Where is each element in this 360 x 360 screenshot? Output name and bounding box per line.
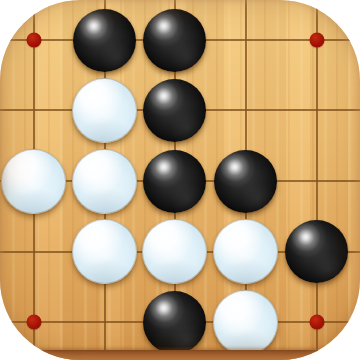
black-stone: ●: [143, 291, 206, 354]
cell-r4-c3[interactable]: ○: [140, 217, 211, 288]
cell-r4-c2[interactable]: ○: [69, 217, 140, 288]
cell-r3-c3[interactable]: ●: [140, 146, 211, 217]
cell-r1-c4[interactable]: [210, 5, 281, 76]
white-stone: ○: [142, 219, 207, 284]
cell-r3-c5[interactable]: [281, 146, 352, 217]
cell-r2-c2[interactable]: ○: [69, 76, 140, 147]
cell-r4-c4[interactable]: ○: [210, 217, 281, 288]
cell-r4-c1[interactable]: [0, 217, 69, 288]
cell-r3-c2[interactable]: ○: [69, 146, 140, 217]
white-stone: ○: [213, 219, 278, 284]
white-stone: ○: [72, 149, 137, 214]
white-stone: ○: [72, 219, 137, 284]
cell-r2-c1[interactable]: [0, 76, 69, 147]
cell-r2-c5[interactable]: [281, 76, 352, 147]
screenshot-root: { "game": "gomoku (five-in-a-row) on a w…: [0, 0, 360, 360]
black-stone: ●: [143, 150, 206, 213]
cell-r1-c3[interactable]: ●: [140, 5, 211, 76]
cell-r5-c1[interactable]: [0, 287, 69, 358]
black-stone: ●: [214, 150, 277, 213]
black-stone: ●: [73, 9, 136, 72]
cell-r1-c5[interactable]: [281, 5, 352, 76]
white-stone: ○: [1, 149, 66, 214]
white-stone: ○: [213, 290, 278, 355]
white-stone: ○: [72, 78, 137, 143]
cell-r5-c4[interactable]: ○: [210, 287, 281, 358]
cell-r3-c1[interactable]: ○: [0, 146, 69, 217]
black-stone: ●: [143, 79, 206, 142]
board-grid: ●●○●○○●●○○○●●○: [0, 5, 352, 358]
cell-r2-c4[interactable]: [210, 76, 281, 147]
gomoku-app-icon: ●●○●○○●●○○○●●○: [0, 0, 360, 360]
cell-r4-c5[interactable]: ●: [281, 217, 352, 288]
black-stone: ●: [143, 9, 206, 72]
cell-r1-c1[interactable]: [0, 5, 69, 76]
cell-r5-c3[interactable]: ●: [140, 287, 211, 358]
cell-r5-c2[interactable]: [69, 287, 140, 358]
cell-r2-c3[interactable]: ●: [140, 76, 211, 147]
cell-r3-c4[interactable]: ●: [210, 146, 281, 217]
cell-r5-c5[interactable]: [281, 287, 352, 358]
cell-r1-c2[interactable]: ●: [69, 5, 140, 76]
board-bottom-edge: [0, 350, 360, 360]
black-stone: ●: [285, 220, 348, 283]
